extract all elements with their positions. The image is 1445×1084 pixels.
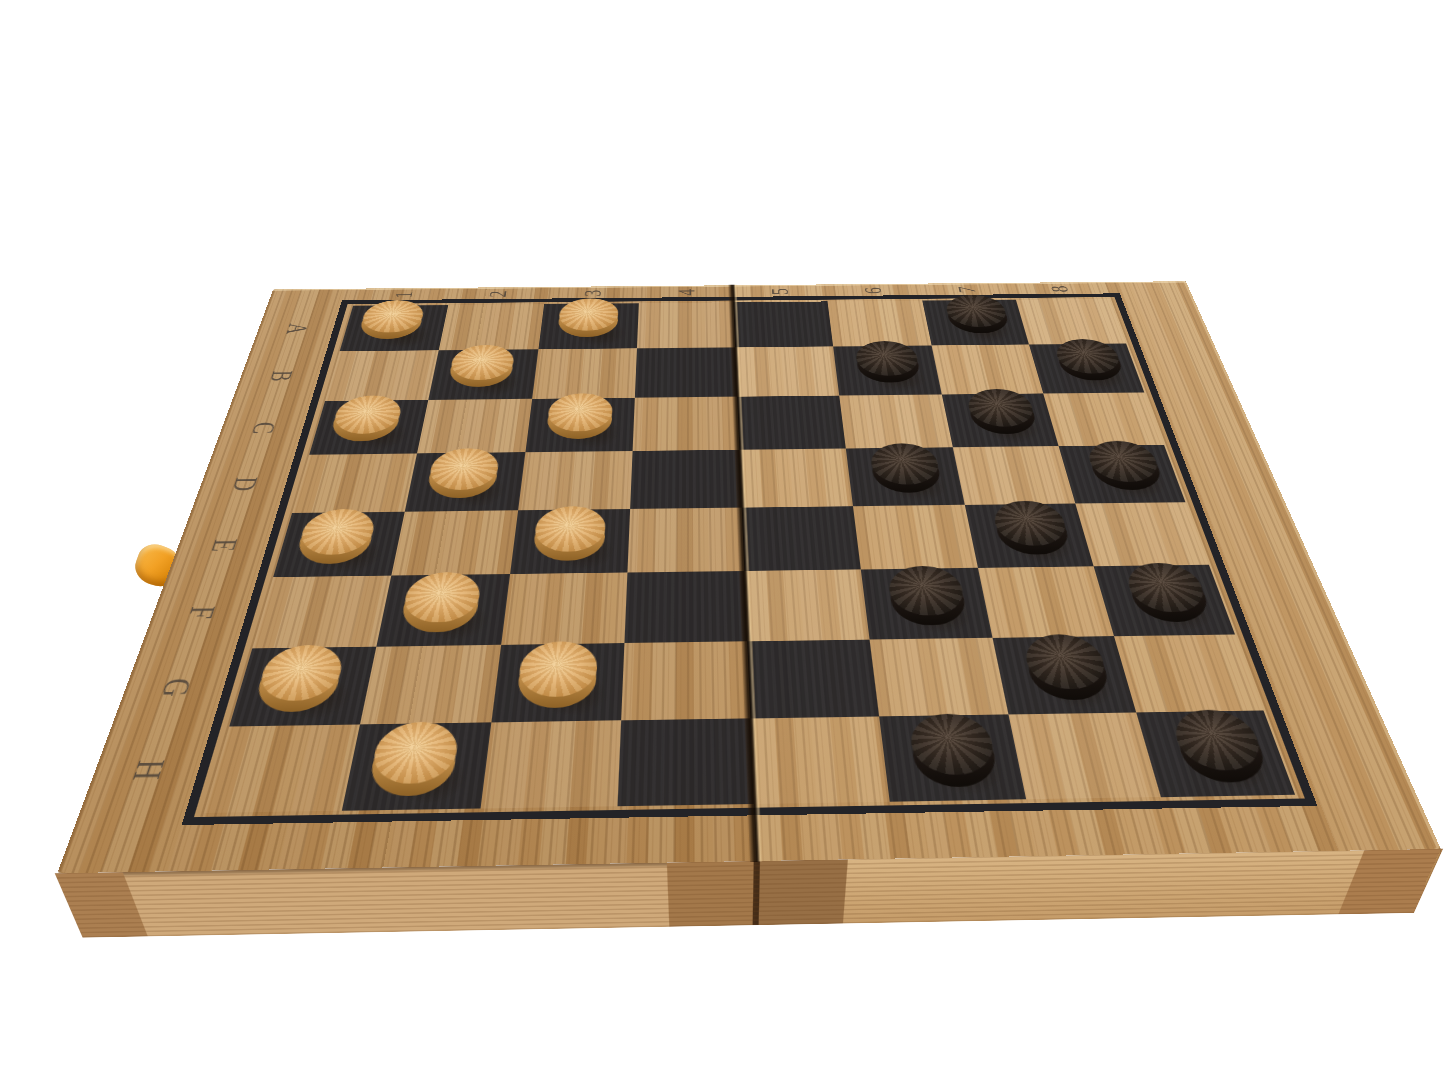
front-edge-left bbox=[123, 863, 670, 937]
square-F2[interactable]: ⛀ bbox=[377, 574, 510, 646]
square-D8[interactable]: ⛂ bbox=[1058, 445, 1185, 504]
square-F7 bbox=[977, 567, 1113, 638]
square-F8[interactable]: ⛂ bbox=[1093, 565, 1234, 636]
scene: 12345678 ABCDEFGH ⛀⛀⛂⛀⛂⛂⛀⛀⛂⛀⛂⛂⛀⛀⛂⛀⛂⛂⛀⛀⛂⛀… bbox=[0, 0, 1445, 1084]
square-E5[interactable] bbox=[742, 506, 861, 571]
front-edge-right bbox=[843, 850, 1364, 923]
column-label-5: 5 bbox=[762, 267, 798, 318]
draughts-man-glyph: ⛀ bbox=[296, 508, 378, 555]
row-label-A: A bbox=[249, 312, 343, 345]
square-C3[interactable]: ⛀ bbox=[525, 398, 635, 453]
draughts-man-glyph: ⛂ bbox=[990, 500, 1070, 546]
square-E1[interactable]: ⛀ bbox=[273, 512, 405, 578]
square-H1 bbox=[204, 724, 361, 813]
draughts-man-glyph: ⛀ bbox=[516, 641, 598, 697]
light-piece-F2[interactable]: ⛀ bbox=[401, 572, 483, 623]
row-label-C: C bbox=[211, 408, 314, 447]
dark-piece-F6[interactable]: ⛂ bbox=[887, 565, 968, 616]
square-B1 bbox=[325, 350, 439, 400]
square-E3[interactable]: ⛀ bbox=[510, 509, 630, 574]
square-C1[interactable]: ⛀ bbox=[309, 400, 428, 455]
square-C5[interactable] bbox=[737, 395, 846, 449]
square-H8[interactable]: ⛂ bbox=[1136, 710, 1295, 797]
column-label-6: 6 bbox=[854, 266, 894, 316]
square-B7 bbox=[931, 345, 1043, 395]
square-H4[interactable] bbox=[617, 718, 754, 806]
square-G8 bbox=[1114, 634, 1264, 712]
square-D6[interactable]: ⛂ bbox=[846, 447, 964, 506]
board-perspective-wrapper: 12345678 ABCDEFGH ⛀⛀⛂⛀⛂⛂⛀⛀⛂⛀⛂⛂⛀⛀⛂⛀⛂⛂⛀⛀⛂⛀… bbox=[0, 0, 1445, 1084]
hinge-seam-front bbox=[752, 861, 759, 925]
light-piece-C1[interactable]: ⛀ bbox=[330, 395, 404, 434]
square-G6 bbox=[870, 637, 1008, 716]
square-D3 bbox=[518, 451, 633, 511]
draughts-man-glyph: ⛂ bbox=[1020, 634, 1110, 690]
playing-area-frame: ⛀⛀⛂⛀⛂⛂⛀⛀⛂⛀⛂⛂⛀⛀⛂⛀⛂⛂⛀⛀⛂⛀⛂⛂ bbox=[182, 293, 1318, 825]
square-G5[interactable] bbox=[747, 639, 879, 718]
dark-piece-H6[interactable]: ⛂ bbox=[908, 714, 999, 776]
draughts-man-glyph: ⛀ bbox=[533, 506, 607, 552]
front-edge-endgrain-left bbox=[55, 872, 148, 938]
draughts-man-glyph: ⛀ bbox=[330, 395, 404, 434]
square-G2 bbox=[360, 644, 500, 724]
square-F5 bbox=[744, 570, 869, 641]
folding-checkers-board: 12345678 ABCDEFGH ⛀⛀⛂⛀⛂⛂⛀⛀⛂⛀⛂⛂⛀⛀⛂⛀⛂⛂⛀⛀⛂⛀… bbox=[57, 281, 1441, 873]
square-G3[interactable]: ⛀ bbox=[491, 643, 624, 722]
square-B2[interactable]: ⛀ bbox=[429, 349, 538, 399]
board-surface: 12345678 ABCDEFGH ⛀⛀⛂⛀⛂⛂⛀⛀⛂⛀⛂⛂⛀⛀⛂⛀⛂⛂⛀⛀⛂⛀… bbox=[57, 281, 1441, 873]
dark-piece-D6[interactable]: ⛂ bbox=[869, 443, 942, 485]
square-E6 bbox=[853, 505, 977, 570]
front-edge-endgrain-midleft bbox=[667, 861, 756, 927]
square-C4 bbox=[632, 396, 739, 450]
draughts-man-glyph: ⛂ bbox=[964, 389, 1037, 427]
square-D5 bbox=[739, 448, 853, 507]
square-H6[interactable]: ⛂ bbox=[879, 714, 1025, 801]
draughts-man-glyph: ⛂ bbox=[1168, 710, 1268, 772]
draughts-man-glyph: ⛂ bbox=[908, 714, 999, 776]
light-piece-H2[interactable]: ⛀ bbox=[369, 722, 461, 785]
column-label-3: 3 bbox=[574, 268, 610, 319]
square-F4[interactable] bbox=[624, 571, 747, 643]
square-C8 bbox=[1043, 392, 1164, 446]
checkers-grid: ⛀⛀⛂⛀⛂⛂⛀⛀⛂⛀⛂⛂⛀⛀⛂⛀⛂⛂⛀⛀⛂⛀⛂⛂ bbox=[204, 299, 1295, 813]
square-E8 bbox=[1075, 502, 1209, 566]
draughts-man-glyph: ⛀ bbox=[369, 722, 461, 785]
column-label-4: 4 bbox=[670, 268, 702, 319]
draughts-man-glyph: ⛂ bbox=[1084, 441, 1164, 483]
square-D1 bbox=[292, 453, 417, 513]
square-C7[interactable]: ⛂ bbox=[941, 393, 1058, 447]
square-D7 bbox=[952, 446, 1075, 505]
square-H5 bbox=[750, 716, 890, 804]
dark-piece-H8[interactable]: ⛂ bbox=[1168, 710, 1268, 772]
dark-piece-C7[interactable]: ⛂ bbox=[964, 389, 1037, 427]
square-F1 bbox=[252, 576, 391, 648]
dark-piece-E7[interactable]: ⛂ bbox=[990, 500, 1070, 546]
light-piece-G3[interactable]: ⛀ bbox=[516, 641, 598, 697]
light-piece-B2[interactable]: ⛀ bbox=[449, 345, 517, 381]
square-B4[interactable] bbox=[635, 347, 738, 397]
square-D4[interactable] bbox=[630, 450, 742, 509]
square-E4 bbox=[627, 508, 744, 573]
square-F3 bbox=[501, 573, 627, 645]
draughts-man-glyph: ⛂ bbox=[869, 443, 942, 485]
row-label-B: B bbox=[231, 358, 329, 394]
front-edge-endgrain-midright bbox=[755, 859, 848, 925]
square-B5 bbox=[735, 347, 839, 397]
square-C6 bbox=[839, 394, 952, 448]
dark-piece-B8[interactable]: ⛂ bbox=[1052, 339, 1124, 374]
dark-piece-G7[interactable]: ⛂ bbox=[1020, 634, 1110, 690]
draughts-man-glyph: ⛀ bbox=[546, 393, 613, 432]
square-B6[interactable]: ⛂ bbox=[833, 346, 941, 396]
square-H2[interactable]: ⛀ bbox=[342, 722, 491, 811]
light-piece-E1[interactable]: ⛀ bbox=[296, 508, 378, 555]
draughts-man-glyph: ⛂ bbox=[1052, 339, 1124, 374]
draughts-man-glyph: ⛀ bbox=[427, 448, 501, 490]
square-G4 bbox=[621, 641, 751, 720]
square-D2[interactable]: ⛀ bbox=[405, 452, 525, 512]
draughts-man-glyph: ⛀ bbox=[401, 572, 483, 623]
dark-piece-B6[interactable]: ⛂ bbox=[854, 341, 921, 376]
square-H7 bbox=[1008, 712, 1161, 799]
light-piece-C3[interactable]: ⛀ bbox=[546, 393, 613, 432]
light-piece-E3[interactable]: ⛀ bbox=[533, 506, 607, 552]
light-piece-D2[interactable]: ⛀ bbox=[427, 448, 501, 490]
square-F6[interactable]: ⛂ bbox=[861, 568, 992, 639]
draughts-man-glyph: ⛀ bbox=[449, 345, 517, 381]
square-H3 bbox=[480, 720, 621, 808]
square-B3 bbox=[532, 348, 637, 398]
square-E2 bbox=[392, 510, 518, 575]
square-E7[interactable]: ⛂ bbox=[964, 504, 1093, 569]
draughts-man-glyph: ⛀ bbox=[255, 645, 347, 702]
light-piece-G1[interactable]: ⛀ bbox=[255, 645, 347, 702]
row-label-D: D bbox=[190, 463, 298, 506]
draughts-man-glyph: ⛂ bbox=[887, 565, 968, 616]
draughts-man-glyph: ⛂ bbox=[854, 341, 921, 376]
square-C2 bbox=[417, 399, 531, 454]
dark-piece-D8[interactable]: ⛂ bbox=[1084, 441, 1164, 483]
square-B8[interactable]: ⛂ bbox=[1029, 344, 1144, 394]
square-G1[interactable]: ⛀ bbox=[229, 646, 376, 726]
square-G7[interactable]: ⛂ bbox=[992, 636, 1136, 714]
